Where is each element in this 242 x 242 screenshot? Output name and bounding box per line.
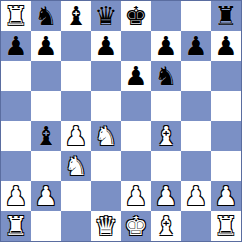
- square-g5[interactable]: [181, 91, 211, 121]
- square-b2[interactable]: ♟: [31, 181, 61, 211]
- square-g1[interactable]: [181, 211, 211, 241]
- square-h6[interactable]: [211, 61, 241, 91]
- square-b8[interactable]: ♞: [31, 1, 61, 31]
- piece-black-pawn: ♟: [154, 31, 177, 61]
- piece-white-pawn: ♟: [124, 181, 147, 211]
- square-h2[interactable]: ♟: [211, 181, 241, 211]
- square-f3[interactable]: [151, 151, 181, 181]
- square-b1[interactable]: [31, 211, 61, 241]
- piece-white-pawn: ♟: [4, 181, 27, 211]
- piece-black-knight: ♞: [154, 61, 177, 91]
- piece-white-pawn: ♟: [34, 181, 57, 211]
- square-a4[interactable]: [1, 121, 31, 151]
- piece-white-rook: ♜: [214, 211, 237, 241]
- piece-black-knight: ♞: [34, 1, 57, 31]
- square-f6[interactable]: ♞: [151, 61, 181, 91]
- square-c2[interactable]: [61, 181, 91, 211]
- square-e2[interactable]: ♟: [121, 181, 151, 211]
- square-d7[interactable]: ♟: [91, 31, 121, 61]
- piece-white-pawn: ♟: [64, 121, 87, 151]
- square-a8[interactable]: ♜: [1, 1, 31, 31]
- piece-white-pawn: ♟: [214, 181, 237, 211]
- piece-white-king: ♚: [124, 211, 147, 241]
- square-f1[interactable]: ♝: [151, 211, 181, 241]
- square-g6[interactable]: [181, 61, 211, 91]
- square-e6[interactable]: ♟: [121, 61, 151, 91]
- square-d2[interactable]: [91, 181, 121, 211]
- piece-white-bishop: ♝: [154, 121, 177, 151]
- square-e4[interactable]: [121, 121, 151, 151]
- square-d1[interactable]: ♛: [91, 211, 121, 241]
- chess-board: ♜♞♝♛♚♜♟♟♟♟♟♟♟♞♝♟♞♝♞♟♟♟♟♟♟♜♛♚♝♜: [0, 0, 242, 242]
- piece-white-rook: ♜: [4, 1, 27, 31]
- piece-black-queen: ♛: [94, 1, 117, 31]
- piece-white-pawn: ♟: [154, 181, 177, 211]
- piece-white-rook: ♜: [4, 211, 27, 241]
- piece-black-bishop: ♝: [34, 121, 57, 151]
- square-g8[interactable]: [181, 1, 211, 31]
- square-a3[interactable]: [1, 151, 31, 181]
- square-d8[interactable]: ♛: [91, 1, 121, 31]
- square-h5[interactable]: [211, 91, 241, 121]
- square-a6[interactable]: [1, 61, 31, 91]
- square-h1[interactable]: ♜: [211, 211, 241, 241]
- square-e5[interactable]: [121, 91, 151, 121]
- square-f7[interactable]: ♟: [151, 31, 181, 61]
- square-c4[interactable]: ♟: [61, 121, 91, 151]
- square-d6[interactable]: [91, 61, 121, 91]
- piece-black-pawn: ♟: [34, 31, 57, 61]
- square-g7[interactable]: ♟: [181, 31, 211, 61]
- square-a1[interactable]: ♜: [1, 211, 31, 241]
- square-g4[interactable]: [181, 121, 211, 151]
- piece-white-bishop: ♝: [154, 211, 177, 241]
- square-c5[interactable]: [61, 91, 91, 121]
- square-f2[interactable]: ♟: [151, 181, 181, 211]
- square-a2[interactable]: ♟: [1, 181, 31, 211]
- piece-black-king: ♚: [124, 1, 147, 31]
- piece-white-knight: ♞: [94, 121, 117, 151]
- square-c1[interactable]: [61, 211, 91, 241]
- piece-black-pawn: ♟: [4, 31, 27, 61]
- piece-black-pawn: ♟: [94, 31, 117, 61]
- square-b3[interactable]: [31, 151, 61, 181]
- piece-white-queen: ♛: [94, 211, 117, 241]
- square-c8[interactable]: ♝: [61, 1, 91, 31]
- square-a7[interactable]: ♟: [1, 31, 31, 61]
- square-e7[interactable]: [121, 31, 151, 61]
- piece-white-pawn: ♟: [184, 181, 207, 211]
- square-c6[interactable]: [61, 61, 91, 91]
- square-b6[interactable]: [31, 61, 61, 91]
- square-g2[interactable]: ♟: [181, 181, 211, 211]
- square-d3[interactable]: [91, 151, 121, 181]
- square-d5[interactable]: [91, 91, 121, 121]
- square-g3[interactable]: [181, 151, 211, 181]
- square-h4[interactable]: [211, 121, 241, 151]
- square-h8[interactable]: ♜: [211, 1, 241, 31]
- square-e3[interactable]: [121, 151, 151, 181]
- piece-black-rook: ♜: [214, 1, 237, 31]
- square-f4[interactable]: ♝: [151, 121, 181, 151]
- square-d4[interactable]: ♞: [91, 121, 121, 151]
- piece-white-knight: ♞: [64, 151, 87, 181]
- square-e1[interactable]: ♚: [121, 211, 151, 241]
- square-e8[interactable]: ♚: [121, 1, 151, 31]
- piece-black-pawn: ♟: [214, 31, 237, 61]
- square-b4[interactable]: ♝: [31, 121, 61, 151]
- square-b5[interactable]: [31, 91, 61, 121]
- piece-black-pawn: ♟: [184, 31, 207, 61]
- square-h7[interactable]: ♟: [211, 31, 241, 61]
- square-b7[interactable]: ♟: [31, 31, 61, 61]
- square-a5[interactable]: [1, 91, 31, 121]
- piece-black-bishop: ♝: [64, 1, 87, 31]
- square-h3[interactable]: [211, 151, 241, 181]
- square-c3[interactable]: ♞: [61, 151, 91, 181]
- square-c7[interactable]: [61, 31, 91, 61]
- square-f8[interactable]: [151, 1, 181, 31]
- square-f5[interactable]: [151, 91, 181, 121]
- piece-black-pawn: ♟: [124, 61, 147, 91]
